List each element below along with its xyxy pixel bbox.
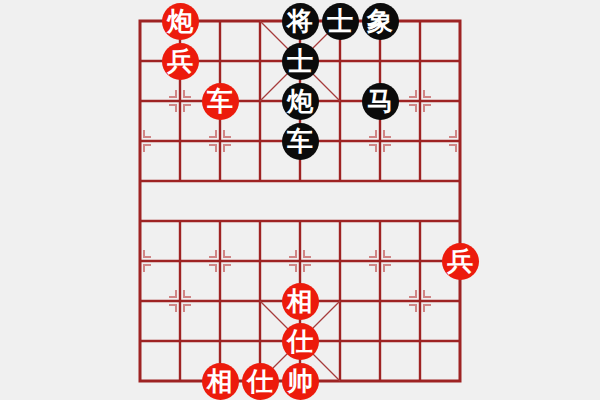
piece-red-advisor[interactable]: 仕 <box>242 363 279 400</box>
piece-red-cannon[interactable]: 炮 <box>162 3 199 40</box>
piece-black-horse[interactable]: 马 <box>362 83 399 120</box>
piece-red-chariot[interactable]: 车 <box>202 83 239 120</box>
piece-red-pawn[interactable]: 兵 <box>162 43 199 80</box>
piece-black-elephant[interactable]: 象 <box>362 3 399 40</box>
piece-red-advisor[interactable]: 仕 <box>282 323 319 360</box>
piece-red-pawn[interactable]: 兵 <box>442 243 479 280</box>
piece-red-king[interactable]: 帅 <box>282 363 319 400</box>
piece-black-chariot[interactable]: 车 <box>282 123 319 160</box>
piece-red-elephant[interactable]: 相 <box>282 283 319 320</box>
piece-black-cannon[interactable]: 炮 <box>282 83 319 120</box>
piece-black-general[interactable]: 将 <box>282 3 319 40</box>
pieces-layer: 炮兵车兵相仕相仕帅将士象士炮马车 <box>120 1 480 400</box>
piece-black-advisor[interactable]: 士 <box>282 43 319 80</box>
piece-red-elephant[interactable]: 相 <box>202 363 239 400</box>
piece-black-advisor[interactable]: 士 <box>322 3 359 40</box>
xiangqi-board: 炮兵车兵相仕相仕帅将士象士炮马车 <box>0 0 600 400</box>
